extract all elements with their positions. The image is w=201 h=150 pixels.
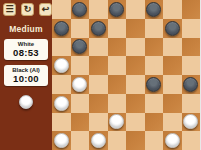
board-square[interactable]	[126, 38, 145, 57]
black-piece[interactable]	[165, 21, 180, 36]
board-square[interactable]	[71, 75, 90, 94]
white-piece[interactable]	[91, 133, 106, 148]
board-square[interactable]	[89, 19, 108, 38]
board-square[interactable]	[163, 113, 182, 132]
sidebar: ☰ ↻ ↩ Medium White 08:53 Black (AI) 10:0…	[0, 0, 52, 150]
board-square[interactable]	[182, 94, 201, 113]
board-square[interactable]	[108, 0, 127, 19]
black-piece[interactable]	[146, 77, 161, 92]
board-square[interactable]	[52, 75, 71, 94]
board-square[interactable]	[108, 75, 127, 94]
board-square[interactable]	[89, 75, 108, 94]
white-piece[interactable]	[109, 114, 124, 129]
black-clock-time: 10:00	[4, 74, 48, 84]
board-square[interactable]	[52, 113, 71, 132]
board-square[interactable]	[89, 113, 108, 132]
menu-button[interactable]: ☰	[3, 3, 16, 16]
black-piece[interactable]	[109, 2, 124, 17]
board-square[interactable]	[163, 131, 182, 150]
black-piece[interactable]	[54, 21, 69, 36]
board-square[interactable]	[145, 94, 164, 113]
black-piece[interactable]	[183, 77, 198, 92]
board-square[interactable]	[108, 19, 127, 38]
board-square[interactable]	[163, 75, 182, 94]
board-square[interactable]	[145, 0, 164, 19]
board-square[interactable]	[126, 94, 145, 113]
black-piece[interactable]	[72, 2, 87, 17]
board-square[interactable]	[145, 38, 164, 57]
white-piece[interactable]	[54, 96, 69, 111]
board-square[interactable]	[52, 0, 71, 19]
board-square[interactable]	[182, 0, 201, 19]
white-piece[interactable]	[183, 114, 198, 129]
white-clock-time: 08:53	[4, 48, 48, 58]
black-piece[interactable]	[91, 21, 106, 36]
board-square[interactable]	[126, 56, 145, 75]
restart-icon: ↻	[24, 5, 32, 14]
board-square[interactable]	[52, 19, 71, 38]
board-square[interactable]	[71, 131, 90, 150]
board-square[interactable]	[71, 38, 90, 57]
board-square[interactable]	[126, 113, 145, 132]
menu-icon: ☰	[5, 5, 13, 14]
board-square[interactable]	[71, 0, 90, 19]
board	[52, 0, 200, 150]
board-square[interactable]	[108, 56, 127, 75]
board-square[interactable]	[126, 19, 145, 38]
black-clock-panel: Black (AI) 10:00	[4, 65, 48, 86]
board-square[interactable]	[126, 131, 145, 150]
board-square[interactable]	[163, 0, 182, 19]
board-square[interactable]	[182, 19, 201, 38]
board-square[interactable]	[71, 94, 90, 113]
board-square[interactable]	[108, 38, 127, 57]
board-square[interactable]	[52, 38, 71, 57]
board-square[interactable]	[89, 94, 108, 113]
board-square[interactable]	[108, 131, 127, 150]
board-square[interactable]	[145, 131, 164, 150]
board-square[interactable]	[182, 75, 201, 94]
white-piece[interactable]	[54, 133, 69, 148]
board-square[interactable]	[182, 38, 201, 57]
white-piece[interactable]	[72, 77, 87, 92]
black-piece[interactable]	[72, 39, 87, 54]
board-square[interactable]	[145, 56, 164, 75]
board-square[interactable]	[163, 94, 182, 113]
white-clock-panel: White 08:53	[4, 39, 48, 60]
black-piece[interactable]	[146, 2, 161, 17]
board-square[interactable]	[182, 131, 201, 150]
board-square[interactable]	[71, 113, 90, 132]
board-square[interactable]	[126, 75, 145, 94]
board-square[interactable]	[89, 56, 108, 75]
board-square[interactable]	[163, 56, 182, 75]
board-square[interactable]	[89, 38, 108, 57]
board-square[interactable]	[145, 75, 164, 94]
turn-indicator-white-piece	[19, 95, 33, 109]
white-piece[interactable]	[165, 133, 180, 148]
board-square[interactable]	[108, 94, 127, 113]
board-square[interactable]	[52, 131, 71, 150]
board-square[interactable]	[89, 0, 108, 19]
board-square[interactable]	[52, 56, 71, 75]
board-square[interactable]	[163, 38, 182, 57]
checkers-app: ☰ ↻ ↩ Medium White 08:53 Black (AI) 10:0…	[0, 0, 200, 150]
board-square[interactable]	[71, 56, 90, 75]
board-square[interactable]	[108, 113, 127, 132]
board-square[interactable]	[145, 19, 164, 38]
restart-button[interactable]: ↻	[21, 3, 34, 16]
difficulty-label: Medium	[0, 24, 52, 34]
board-square[interactable]	[71, 19, 90, 38]
board-square[interactable]	[182, 113, 201, 132]
board-square[interactable]	[89, 131, 108, 150]
undo-icon: ↩	[42, 5, 50, 14]
board-square[interactable]	[52, 94, 71, 113]
white-piece[interactable]	[54, 58, 69, 73]
board-square[interactable]	[126, 0, 145, 19]
toolbar: ☰ ↻ ↩	[0, 0, 52, 16]
board-square[interactable]	[182, 56, 201, 75]
board-square[interactable]	[145, 113, 164, 132]
board-square[interactable]	[163, 19, 182, 38]
undo-button[interactable]: ↩	[39, 3, 52, 16]
